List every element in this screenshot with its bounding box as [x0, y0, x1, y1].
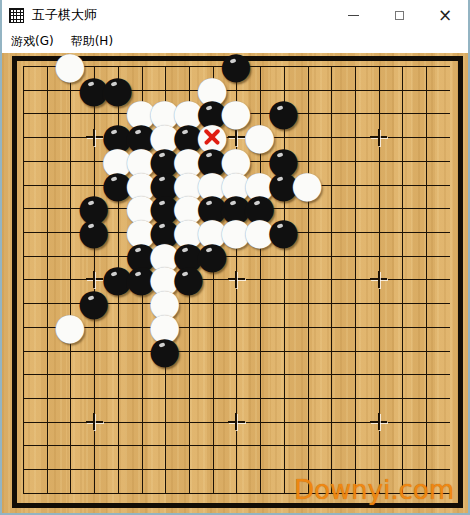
board-grid[interactable]: ●●●●●●●●●●●●●●●●●●●●●●●●●●●●●●●●●●●●●●●●… — [23, 66, 451, 495]
board-area: ●●●●●●●●●●●●●●●●●●●●●●●●●●●●●●●●●●●●●●●●… — [2, 53, 468, 513]
maximize-icon — [395, 11, 404, 20]
maximize-button[interactable] — [376, 0, 422, 30]
black-stone: ● — [270, 218, 296, 244]
black-stone: ● — [81, 218, 107, 244]
window-controls: × — [330, 0, 468, 30]
close-icon: × — [438, 7, 452, 24]
star-point — [228, 271, 245, 288]
app-icon — [9, 8, 24, 23]
white-stone: ● — [294, 171, 320, 197]
star-point — [228, 413, 245, 430]
star-point — [86, 413, 103, 430]
window-title: 五子棋大师 — [32, 6, 97, 24]
star-point — [370, 271, 387, 288]
close-button[interactable]: × — [422, 0, 468, 30]
star-point — [370, 413, 387, 430]
white-stone: ● — [57, 313, 83, 339]
minimize-button[interactable] — [330, 0, 376, 30]
watermark: Downyi.com — [294, 475, 454, 505]
minimize-icon — [348, 15, 359, 16]
title-bar: 五子棋大师 × — [2, 0, 468, 30]
star-point — [86, 129, 103, 146]
app-window: 五子棋大师 × 游戏(G) 帮助(H) ●●●●●●●●●●●●●●●●●●●●… — [0, 0, 470, 515]
black-stone: ● — [152, 337, 178, 363]
star-point — [370, 129, 387, 146]
